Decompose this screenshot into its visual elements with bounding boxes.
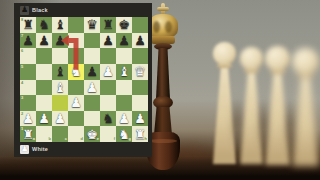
rank-label-2: 2 — [21, 112, 23, 116]
square-a8[interactable]: 8♜ — [20, 17, 36, 33]
rank-label-7: 7 — [21, 34, 23, 38]
square-e6[interactable] — [84, 48, 100, 64]
bottom-player-name: White — [32, 146, 48, 152]
chess-board-panel: ♟ Black 8♜♞♝♛♜♚7♟♟♟♟♟♟65♝♞♟♟♝♛4♝♟3♟2♟♟♟♞… — [14, 3, 152, 157]
square-d6[interactable] — [68, 48, 84, 64]
top-player-name: Black — [32, 7, 48, 13]
black-pawn-f7[interactable]: ♟ — [102, 33, 114, 46]
square-h7[interactable]: ♟ — [132, 33, 148, 49]
black-pawn-a7[interactable]: ♟ — [22, 33, 34, 46]
square-e3[interactable] — [84, 95, 100, 111]
file-label-h: h — [145, 137, 147, 141]
square-b8[interactable]: ♞ — [36, 17, 52, 33]
file-label-f: f — [114, 137, 115, 141]
square-b3[interactable] — [36, 95, 52, 111]
file-label-e: e — [97, 137, 99, 141]
square-c2[interactable]: ♟ — [52, 111, 68, 127]
white-pawn-b2[interactable]: ♟ — [38, 112, 50, 125]
white-pawn-d3[interactable]: ♟ — [70, 96, 82, 109]
black-king-g8[interactable]: ♚ — [118, 18, 130, 31]
square-e7[interactable] — [84, 33, 100, 49]
square-g5[interactable]: ♝ — [116, 64, 132, 80]
square-e2[interactable] — [84, 111, 100, 127]
white-bishop-g5[interactable]: ♝ — [118, 65, 130, 78]
white-pawn-e4[interactable]: ♟ — [86, 80, 98, 93]
pawn-shadow — [283, 100, 297, 155]
rank-label-1: 1 — [21, 127, 23, 131]
square-g6[interactable] — [116, 48, 132, 64]
white-pawn-c2[interactable]: ♟ — [54, 112, 66, 125]
black-bishop-c8[interactable]: ♝ — [54, 18, 66, 31]
bottom-player-bar: ♟ White — [14, 142, 152, 156]
king-stem — [154, 107, 172, 135]
square-f3[interactable] — [100, 95, 116, 111]
file-label-g: g — [129, 137, 131, 141]
square-h1[interactable]: h♜ — [132, 126, 148, 142]
square-e4[interactable]: ♟ — [84, 80, 100, 96]
king-cross-icon — [157, 7, 169, 11]
pawn-shadow — [230, 95, 244, 150]
square-d1[interactable]: d — [68, 126, 84, 142]
square-a7[interactable]: 7♟ — [20, 33, 36, 49]
top-player-bar: ♟ Black — [14, 3, 152, 17]
black-pawn-c7[interactable]: ♟ — [54, 33, 66, 46]
square-g4[interactable] — [116, 80, 132, 96]
square-b5[interactable] — [36, 64, 52, 80]
square-c5[interactable]: ♝ — [52, 64, 68, 80]
file-label-b: b — [49, 137, 51, 141]
square-a4[interactable]: 4 — [20, 80, 36, 96]
square-d3[interactable]: ♟ — [68, 95, 84, 111]
square-a3[interactable]: 3 — [20, 95, 36, 111]
square-h6[interactable] — [132, 48, 148, 64]
square-h3[interactable] — [132, 95, 148, 111]
square-e8[interactable]: ♛ — [84, 17, 100, 33]
square-a1[interactable]: 1a♜ — [20, 126, 36, 142]
square-f8[interactable]: ♜ — [100, 17, 116, 33]
black-player-avatar[interactable]: ♟ — [20, 6, 29, 15]
black-rook-f8[interactable]: ♜ — [102, 18, 114, 31]
square-d7[interactable] — [68, 33, 84, 49]
white-player-avatar[interactable]: ♟ — [20, 145, 29, 154]
white-pawn-g2[interactable]: ♟ — [118, 112, 130, 125]
rank-label-8: 8 — [21, 18, 23, 22]
pawn-shadow — [256, 98, 270, 153]
square-h2[interactable]: ♟ — [132, 111, 148, 127]
square-f4[interactable] — [100, 80, 116, 96]
square-c6[interactable] — [52, 48, 68, 64]
black-queen-e8[interactable]: ♛ — [86, 18, 98, 31]
king-base-ring — [149, 139, 177, 143]
square-h8[interactable] — [132, 17, 148, 33]
black-pawn-e5[interactable]: ♟ — [86, 65, 98, 78]
file-label-c: c — [65, 137, 67, 141]
square-d2[interactable] — [68, 111, 84, 127]
square-c4[interactable]: ♝ — [52, 80, 68, 96]
king-crown-detail — [165, 21, 172, 33]
square-f5[interactable]: ♟ — [100, 64, 116, 80]
black-pawn-b7[interactable]: ♟ — [38, 33, 50, 46]
square-b4[interactable] — [36, 80, 52, 96]
rank-label-5: 5 — [21, 65, 23, 69]
square-g1[interactable]: g♞ — [116, 126, 132, 142]
square-g8[interactable]: ♚ — [116, 17, 132, 33]
rank-label-4: 4 — [21, 81, 23, 85]
king-crown-detail — [153, 21, 160, 33]
black-pawn-h7[interactable]: ♟ — [134, 33, 146, 46]
square-c1[interactable]: c — [52, 126, 68, 142]
square-f1[interactable]: f — [100, 126, 116, 142]
rank-label-6: 6 — [21, 49, 23, 53]
king-neck — [156, 48, 170, 99]
black-rook-a8[interactable]: ♜ — [22, 18, 34, 31]
square-b6[interactable] — [36, 48, 52, 64]
square-b7[interactable]: ♟ — [36, 33, 52, 49]
white-queen-h5[interactable]: ♛ — [134, 65, 146, 78]
square-d4[interactable] — [68, 80, 84, 96]
file-label-d: d — [81, 137, 83, 141]
square-f6[interactable] — [100, 48, 116, 64]
square-e5[interactable]: ♟ — [84, 64, 100, 80]
square-f7[interactable]: ♟ — [100, 33, 116, 49]
square-c3[interactable] — [52, 95, 68, 111]
square-a2[interactable]: 2♟ — [20, 111, 36, 127]
square-h5[interactable]: ♛ — [132, 64, 148, 80]
rank-label-3: 3 — [21, 96, 23, 100]
file-label-a: a — [33, 137, 35, 141]
square-f2[interactable]: ♞ — [100, 111, 116, 127]
white-pawn-a2[interactable]: ♟ — [22, 112, 34, 125]
square-e1[interactable]: e♚ — [84, 126, 100, 142]
square-g7[interactable]: ♟ — [116, 33, 132, 49]
square-g2[interactable]: ♟ — [116, 111, 132, 127]
square-b1[interactable]: b — [36, 126, 52, 142]
square-c8[interactable]: ♝ — [52, 17, 68, 33]
white-pawn-h2[interactable]: ♟ — [134, 112, 146, 125]
square-d5[interactable]: ♞ — [68, 64, 84, 80]
black-pawn-g7[interactable]: ♟ — [118, 33, 130, 46]
square-a6[interactable]: 6 — [20, 48, 36, 64]
square-d8[interactable] — [68, 17, 84, 33]
square-h4[interactable] — [132, 80, 148, 96]
square-a5[interactable]: 5 — [20, 64, 36, 80]
square-b2[interactable]: ♟ — [36, 111, 52, 127]
black-bishop-c5[interactable]: ♝ — [54, 65, 66, 78]
white-pawn-f5[interactable]: ♟ — [102, 65, 114, 78]
chess-board[interactable]: 8♜♞♝♛♜♚7♟♟♟♟♟♟65♝♞♟♟♝♛4♝♟3♟2♟♟♟♞♟♟1a♜bcd… — [20, 17, 148, 142]
white-bishop-c4[interactable]: ♝ — [54, 80, 66, 93]
white-knight-d5[interactable]: ♞ — [70, 65, 82, 78]
square-g3[interactable] — [116, 95, 132, 111]
square-c7[interactable]: ♟ — [52, 33, 68, 49]
black-knight-b8[interactable]: ♞ — [38, 18, 50, 31]
black-knight-f2[interactable]: ♞ — [102, 112, 114, 125]
